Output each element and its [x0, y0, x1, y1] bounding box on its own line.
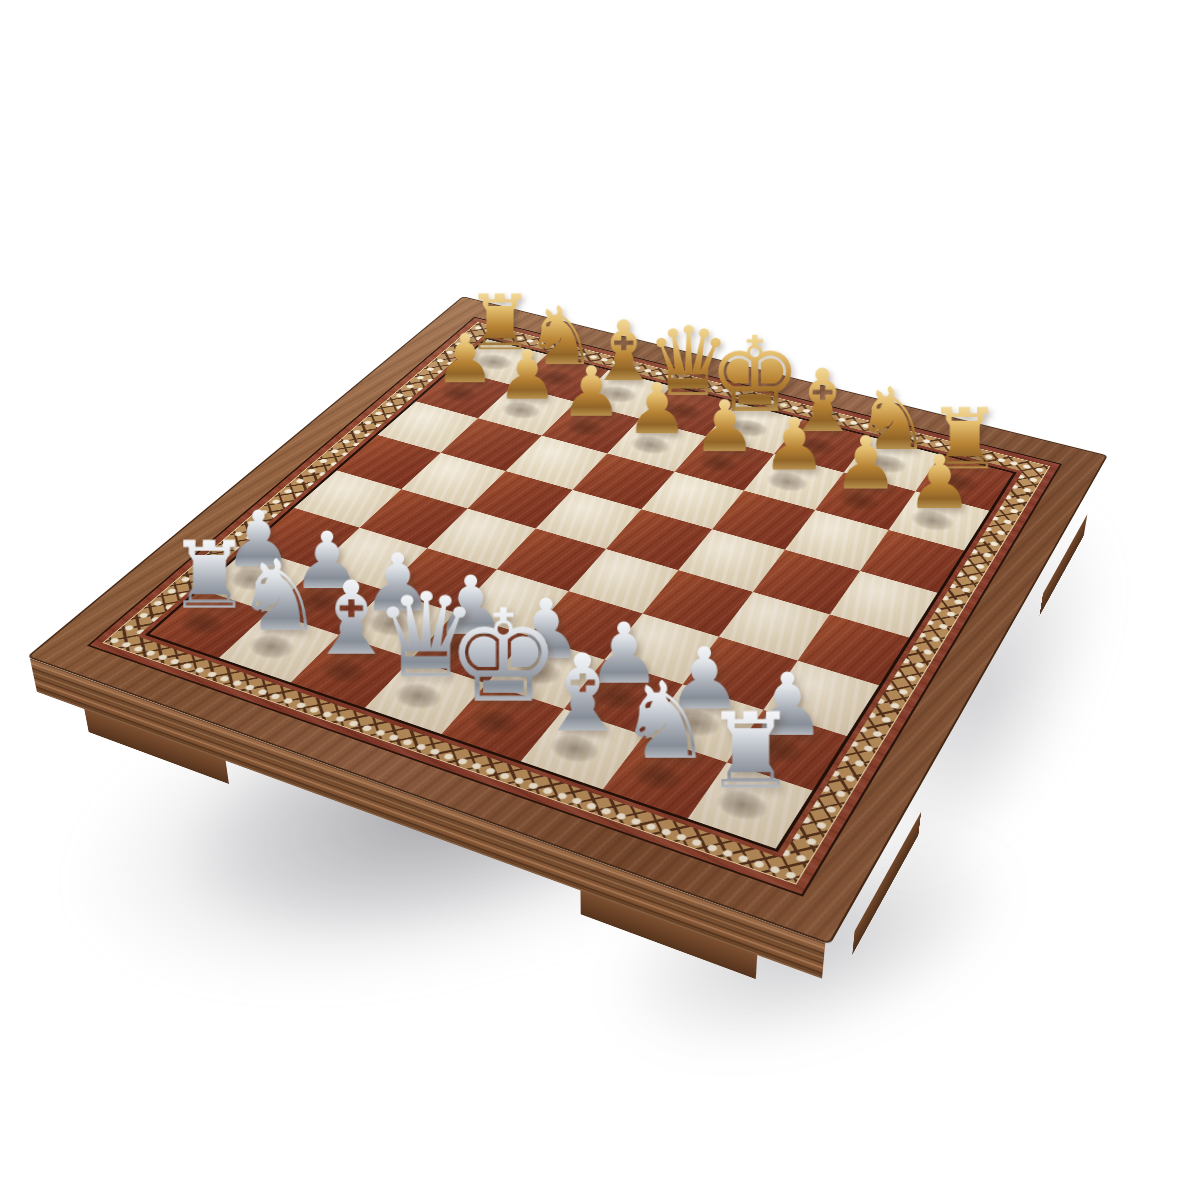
- chessboard: ♜♞♝♛♚♝♞♜♟♟♟♟♟♟♟♟♟♟♟♟♟♟♟♟♜♞♝♛♚♝♞♜: [27, 296, 1109, 945]
- piece-silver-knight-g1: ♞: [619, 613, 712, 776]
- knight-glyph: ♞: [617, 668, 713, 775]
- piece-silver-rook-h1: ♜: [703, 638, 798, 804]
- photo-scene: ♜♞♝♛♚♝♞♜♟♟♟♟♟♟♟♟♟♟♟♟♟♟♟♟♜♞♝♛♚♝♞♜: [0, 0, 1200, 1200]
- rook-glyph: ♜: [704, 700, 797, 804]
- piece-silver-bishop-f1: ♝: [537, 588, 628, 748]
